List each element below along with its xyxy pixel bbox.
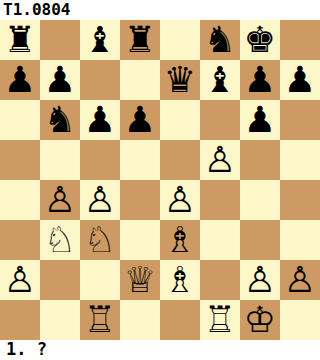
square-d2[interactable]: ♕ xyxy=(120,260,160,300)
square-c3[interactable]: ♘ xyxy=(80,220,120,260)
square-c6[interactable]: ♟ xyxy=(80,100,120,140)
square-g8[interactable]: ♚ xyxy=(240,20,280,60)
square-h7[interactable]: ♟ xyxy=(280,60,320,100)
piece-white-knight: ♘ xyxy=(44,220,76,260)
square-f5[interactable]: ♙ xyxy=(200,140,240,180)
square-g2[interactable]: ♙ xyxy=(240,260,280,300)
square-b3[interactable]: ♘ xyxy=(40,220,80,260)
piece-white-king: ♔ xyxy=(244,300,276,340)
square-c7[interactable] xyxy=(80,60,120,100)
move-prompt: 1. ? xyxy=(0,340,320,360)
square-b2[interactable] xyxy=(40,260,80,300)
piece-black-pawn: ♟ xyxy=(124,100,156,140)
piece-white-pawn: ♙ xyxy=(244,260,276,300)
piece-white-bishop: ♗ xyxy=(164,260,196,300)
square-f6[interactable] xyxy=(200,100,240,140)
square-g4[interactable] xyxy=(240,180,280,220)
piece-black-knight: ♞ xyxy=(44,100,76,140)
square-g6[interactable]: ♟ xyxy=(240,100,280,140)
square-a4[interactable] xyxy=(0,180,40,220)
piece-white-pawn: ♙ xyxy=(44,180,76,220)
chess-board: ♜♝♜♞♚♟♟♛♝♟♟♞♟♟♟♙♙♙♙♘♘♗♙♕♗♙♙♖♖♔ xyxy=(0,20,320,340)
piece-white-rook: ♖ xyxy=(204,300,236,340)
piece-black-queen: ♛ xyxy=(164,60,196,100)
piece-black-pawn: ♟ xyxy=(244,60,276,100)
piece-black-bishop: ♝ xyxy=(84,20,116,60)
square-d6[interactable]: ♟ xyxy=(120,100,160,140)
piece-white-pawn: ♙ xyxy=(284,260,316,300)
piece-white-knight: ♘ xyxy=(84,220,116,260)
square-g5[interactable] xyxy=(240,140,280,180)
square-c2[interactable] xyxy=(80,260,120,300)
square-c4[interactable]: ♙ xyxy=(80,180,120,220)
puzzle-title: T1.0804 xyxy=(0,0,320,20)
piece-white-rook: ♖ xyxy=(84,300,116,340)
piece-white-pawn: ♙ xyxy=(84,180,116,220)
square-f4[interactable] xyxy=(200,180,240,220)
square-c1[interactable]: ♖ xyxy=(80,300,120,340)
square-e8[interactable] xyxy=(160,20,200,60)
square-d4[interactable] xyxy=(120,180,160,220)
square-b6[interactable]: ♞ xyxy=(40,100,80,140)
square-f8[interactable]: ♞ xyxy=(200,20,240,60)
square-b7[interactable]: ♟ xyxy=(40,60,80,100)
square-f3[interactable] xyxy=(200,220,240,260)
square-a5[interactable] xyxy=(0,140,40,180)
square-d1[interactable] xyxy=(120,300,160,340)
piece-black-king: ♚ xyxy=(244,20,276,60)
square-a3[interactable] xyxy=(0,220,40,260)
piece-black-pawn: ♟ xyxy=(244,100,276,140)
piece-black-bishop: ♝ xyxy=(204,60,236,100)
square-b8[interactable] xyxy=(40,20,80,60)
piece-white-pawn: ♙ xyxy=(164,180,196,220)
square-h3[interactable] xyxy=(280,220,320,260)
square-e7[interactable]: ♛ xyxy=(160,60,200,100)
piece-white-pawn: ♙ xyxy=(4,260,36,300)
square-a8[interactable]: ♜ xyxy=(0,20,40,60)
square-e5[interactable] xyxy=(160,140,200,180)
square-h8[interactable] xyxy=(280,20,320,60)
piece-black-knight: ♞ xyxy=(204,20,236,60)
square-a1[interactable] xyxy=(0,300,40,340)
square-f2[interactable] xyxy=(200,260,240,300)
square-e4[interactable]: ♙ xyxy=(160,180,200,220)
piece-white-queen: ♕ xyxy=(124,260,156,300)
square-a7[interactable]: ♟ xyxy=(0,60,40,100)
square-e3[interactable]: ♗ xyxy=(160,220,200,260)
square-b5[interactable] xyxy=(40,140,80,180)
piece-black-pawn: ♟ xyxy=(4,60,36,100)
square-d5[interactable] xyxy=(120,140,160,180)
square-e1[interactable] xyxy=(160,300,200,340)
square-e2[interactable]: ♗ xyxy=(160,260,200,300)
square-d3[interactable] xyxy=(120,220,160,260)
square-g1[interactable]: ♔ xyxy=(240,300,280,340)
piece-white-pawn: ♙ xyxy=(204,140,236,180)
piece-black-pawn: ♟ xyxy=(284,60,316,100)
square-a6[interactable] xyxy=(0,100,40,140)
square-h1[interactable] xyxy=(280,300,320,340)
piece-white-bishop: ♗ xyxy=(164,220,196,260)
piece-black-rook: ♜ xyxy=(4,20,36,60)
square-f7[interactable]: ♝ xyxy=(200,60,240,100)
piece-black-pawn: ♟ xyxy=(44,60,76,100)
square-e6[interactable] xyxy=(160,100,200,140)
square-d7[interactable] xyxy=(120,60,160,100)
square-b1[interactable] xyxy=(40,300,80,340)
square-h5[interactable] xyxy=(280,140,320,180)
square-g3[interactable] xyxy=(240,220,280,260)
square-h4[interactable] xyxy=(280,180,320,220)
square-c5[interactable] xyxy=(80,140,120,180)
square-h6[interactable] xyxy=(280,100,320,140)
square-b4[interactable]: ♙ xyxy=(40,180,80,220)
square-c8[interactable]: ♝ xyxy=(80,20,120,60)
square-d8[interactable]: ♜ xyxy=(120,20,160,60)
square-a2[interactable]: ♙ xyxy=(0,260,40,300)
square-h2[interactable]: ♙ xyxy=(280,260,320,300)
square-f1[interactable]: ♖ xyxy=(200,300,240,340)
square-g7[interactable]: ♟ xyxy=(240,60,280,100)
piece-black-pawn: ♟ xyxy=(84,100,116,140)
piece-black-rook: ♜ xyxy=(124,20,156,60)
